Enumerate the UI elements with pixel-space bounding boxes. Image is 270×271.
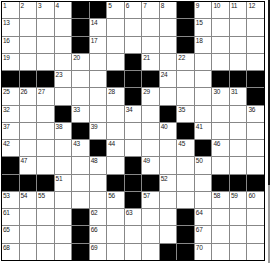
white-cell[interactable]: [195, 71, 212, 87]
white-cell[interactable]: [247, 54, 264, 70]
clue-number: 15: [196, 19, 203, 26]
white-cell[interactable]: [230, 37, 247, 53]
white-cell[interactable]: [107, 226, 124, 242]
black-cell: [72, 209, 89, 225]
black-cell: [195, 140, 212, 156]
white-cell[interactable]: 45: [177, 140, 194, 156]
white-cell[interactable]: [37, 19, 54, 35]
white-cell[interactable]: 33: [72, 106, 89, 122]
white-cell[interactable]: 39: [90, 123, 107, 139]
white-cell[interactable]: [90, 88, 107, 104]
white-cell[interactable]: [142, 106, 159, 122]
white-cell[interactable]: [37, 209, 54, 225]
white-cell[interactable]: 70: [195, 244, 212, 260]
white-cell[interactable]: [230, 54, 247, 70]
clue-number: 42: [3, 140, 10, 147]
white-cell[interactable]: [230, 140, 247, 156]
white-cell[interactable]: [247, 123, 264, 139]
white-cell[interactable]: 31: [230, 88, 247, 104]
clue-number: 27: [38, 88, 45, 95]
black-cell: [90, 2, 107, 18]
white-cell[interactable]: [125, 226, 142, 242]
white-cell[interactable]: [212, 244, 229, 260]
clue-number: 62: [91, 209, 98, 216]
black-cell: [230, 71, 247, 87]
white-cell[interactable]: [212, 37, 229, 53]
scrollbar-track[interactable]: [268, 0, 270, 263]
crossword-grid: 1234567891011121314151617181920212223242…: [1, 1, 265, 261]
white-cell[interactable]: 15: [195, 19, 212, 35]
clue-number: 52: [161, 175, 168, 182]
white-cell[interactable]: [125, 123, 142, 139]
white-cell[interactable]: 7: [142, 2, 159, 18]
black-cell: [212, 175, 229, 191]
black-cell: [72, 123, 89, 139]
white-cell[interactable]: [72, 71, 89, 87]
clue-number: 61: [3, 209, 10, 216]
black-cell: [247, 88, 264, 104]
clue-number: 23: [56, 71, 63, 78]
white-cell[interactable]: [55, 54, 72, 70]
white-cell[interactable]: [20, 123, 37, 139]
white-cell[interactable]: 23: [55, 71, 72, 87]
white-cell[interactable]: [90, 106, 107, 122]
white-cell[interactable]: 49: [142, 157, 159, 173]
white-cell[interactable]: 63: [125, 209, 142, 225]
clue-number: 64: [196, 209, 203, 216]
white-cell[interactable]: 55: [37, 192, 54, 208]
white-cell[interactable]: 25: [2, 88, 19, 104]
white-cell[interactable]: 68: [2, 244, 19, 260]
white-cell[interactable]: [37, 106, 54, 122]
white-cell[interactable]: 2: [20, 2, 37, 18]
white-cell[interactable]: 13: [2, 19, 19, 35]
black-cell: [125, 157, 142, 173]
white-cell[interactable]: [20, 244, 37, 260]
clue-number: 55: [38, 192, 45, 199]
white-cell[interactable]: [55, 37, 72, 53]
white-cell[interactable]: [55, 157, 72, 173]
black-cell: [20, 71, 37, 87]
black-cell: [177, 2, 194, 18]
white-cell[interactable]: [212, 123, 229, 139]
black-cell: [142, 71, 159, 87]
white-cell[interactable]: [142, 140, 159, 156]
white-cell[interactable]: [160, 19, 177, 35]
white-cell[interactable]: 58: [212, 192, 229, 208]
white-cell[interactable]: [55, 209, 72, 225]
clue-number: 13: [3, 19, 10, 26]
white-cell[interactable]: [72, 157, 89, 173]
white-cell[interactable]: 65: [2, 226, 19, 242]
white-cell[interactable]: [107, 54, 124, 70]
white-cell[interactable]: [247, 209, 264, 225]
white-cell[interactable]: 24: [160, 71, 177, 87]
white-cell[interactable]: 29: [142, 88, 159, 104]
white-cell[interactable]: [142, 37, 159, 53]
white-cell[interactable]: 59: [230, 192, 247, 208]
black-cell: [72, 2, 89, 18]
white-cell[interactable]: 10: [212, 2, 229, 18]
white-cell[interactable]: [177, 192, 194, 208]
black-cell: [2, 175, 19, 191]
white-cell[interactable]: 28: [107, 88, 124, 104]
white-cell[interactable]: 47: [20, 157, 37, 173]
white-cell[interactable]: [247, 140, 264, 156]
white-cell[interactable]: [247, 226, 264, 242]
clue-number: 17: [91, 37, 98, 44]
black-cell: [160, 106, 177, 122]
white-cell[interactable]: [195, 88, 212, 104]
white-cell[interactable]: 42: [2, 140, 19, 156]
white-cell[interactable]: [160, 140, 177, 156]
clue-number: 14: [91, 19, 98, 26]
clue-number: 40: [161, 123, 168, 130]
clue-number: 67: [196, 226, 203, 233]
white-cell[interactable]: 20: [72, 54, 89, 70]
white-cell[interactable]: [125, 140, 142, 156]
white-cell[interactable]: [125, 37, 142, 53]
crossword-page: 1234567891011121314151617181920212223242…: [0, 0, 270, 271]
black-cell: [2, 157, 19, 173]
white-cell[interactable]: [90, 54, 107, 70]
white-cell[interactable]: [55, 140, 72, 156]
clue-number: 28: [108, 88, 115, 95]
white-cell[interactable]: 8: [160, 2, 177, 18]
white-cell[interactable]: 11: [230, 2, 247, 18]
white-cell[interactable]: [195, 54, 212, 70]
clue-number: 34: [126, 106, 133, 113]
white-cell[interactable]: [107, 123, 124, 139]
white-cell[interactable]: [107, 244, 124, 260]
clue-number: 49: [143, 157, 150, 164]
white-cell[interactable]: [195, 192, 212, 208]
black-cell: [2, 71, 19, 87]
white-cell[interactable]: [160, 37, 177, 53]
white-cell[interactable]: [20, 19, 37, 35]
white-cell[interactable]: [20, 226, 37, 242]
white-cell[interactable]: [212, 209, 229, 225]
clue-number: 31: [231, 88, 238, 95]
clue-number: 16: [3, 37, 10, 44]
white-cell[interactable]: 67: [195, 226, 212, 242]
white-cell[interactable]: [230, 226, 247, 242]
white-cell[interactable]: [37, 157, 54, 173]
clue-number: 69: [91, 244, 98, 251]
clue-number: 59: [231, 192, 238, 199]
white-cell[interactable]: [55, 226, 72, 242]
clue-number: 8: [161, 2, 164, 9]
clue-number: 22: [178, 54, 185, 61]
black-cell: [20, 175, 37, 191]
black-cell: [107, 71, 124, 87]
black-cell: [72, 226, 89, 242]
white-cell[interactable]: 62: [90, 209, 107, 225]
white-cell[interactable]: [195, 106, 212, 122]
white-cell[interactable]: [20, 54, 37, 70]
white-cell[interactable]: 34: [125, 106, 142, 122]
white-cell[interactable]: 61: [2, 209, 19, 225]
white-cell[interactable]: [142, 209, 159, 225]
white-cell[interactable]: [142, 244, 159, 260]
clue-number: 35: [178, 106, 185, 113]
white-cell[interactable]: 50: [195, 157, 212, 173]
black-cell: [247, 175, 264, 191]
clue-number: 68: [3, 244, 10, 251]
white-cell[interactable]: [107, 106, 124, 122]
white-cell[interactable]: [37, 37, 54, 53]
white-cell[interactable]: [107, 209, 124, 225]
black-cell: [72, 37, 89, 53]
white-cell[interactable]: [90, 192, 107, 208]
white-cell[interactable]: [90, 71, 107, 87]
white-cell[interactable]: 51: [55, 175, 72, 191]
white-cell[interactable]: 41: [195, 123, 212, 139]
white-cell[interactable]: [177, 175, 194, 191]
black-cell: [177, 244, 194, 260]
white-cell[interactable]: [195, 175, 212, 191]
clue-number: 47: [21, 157, 28, 164]
white-cell[interactable]: 6: [125, 2, 142, 18]
clue-number: 6: [126, 2, 129, 9]
clue-number: 37: [3, 123, 10, 130]
white-cell[interactable]: [212, 19, 229, 35]
clue-number: 38: [56, 123, 63, 130]
white-cell[interactable]: [177, 71, 194, 87]
white-cell[interactable]: [142, 19, 159, 35]
clue-number: 21: [143, 54, 150, 61]
clue-number: 44: [108, 140, 115, 147]
black-cell: [37, 71, 54, 87]
white-cell[interactable]: [20, 106, 37, 122]
white-cell[interactable]: [230, 106, 247, 122]
white-cell[interactable]: [37, 244, 54, 260]
white-cell[interactable]: [20, 37, 37, 53]
white-cell[interactable]: 56: [107, 192, 124, 208]
white-cell[interactable]: 53: [2, 192, 19, 208]
white-cell[interactable]: [212, 54, 229, 70]
white-cell[interactable]: [160, 54, 177, 70]
white-cell[interactable]: [230, 244, 247, 260]
clue-number: 56: [108, 192, 115, 199]
clue-number: 50: [196, 157, 203, 164]
clue-number: 41: [196, 123, 203, 130]
white-cell[interactable]: 38: [55, 123, 72, 139]
clue-number: 58: [213, 192, 220, 199]
white-cell[interactable]: 52: [160, 175, 177, 191]
white-cell[interactable]: [230, 157, 247, 173]
white-cell[interactable]: [20, 140, 37, 156]
clue-number: 70: [196, 244, 203, 251]
black-cell: [160, 244, 177, 260]
white-cell[interactable]: [107, 19, 124, 35]
white-cell[interactable]: 5: [107, 2, 124, 18]
white-cell[interactable]: [212, 106, 229, 122]
white-cell[interactable]: [247, 244, 264, 260]
clue-number: 19: [3, 54, 10, 61]
clue-number: 30: [213, 88, 220, 95]
black-cell: [55, 106, 72, 122]
clue-number: 4: [56, 2, 59, 9]
white-cell[interactable]: [125, 244, 142, 260]
clue-number: 60: [248, 192, 255, 199]
white-cell[interactable]: [37, 123, 54, 139]
white-cell[interactable]: [177, 157, 194, 173]
white-cell[interactable]: 37: [2, 123, 19, 139]
white-cell[interactable]: 44: [107, 140, 124, 156]
white-cell[interactable]: [212, 157, 229, 173]
black-cell: [90, 140, 107, 156]
white-cell[interactable]: 9: [195, 2, 212, 18]
clue-number: 26: [21, 88, 28, 95]
white-cell[interactable]: 19: [2, 54, 19, 70]
clue-number: 66: [91, 226, 98, 233]
clue-number: 53: [3, 192, 10, 199]
white-cell[interactable]: 43: [72, 140, 89, 156]
clue-number: 33: [73, 106, 80, 113]
black-cell: [142, 175, 159, 191]
black-cell: [177, 37, 194, 53]
white-cell[interactable]: 16: [2, 37, 19, 53]
black-cell: [125, 71, 142, 87]
clue-number: 32: [3, 106, 10, 113]
clue-number: 10: [213, 2, 220, 9]
white-cell[interactable]: 14: [90, 19, 107, 35]
white-cell[interactable]: [247, 19, 264, 35]
white-cell[interactable]: [55, 244, 72, 260]
clue-number: 25: [3, 88, 10, 95]
clue-number: 3: [38, 2, 41, 9]
black-cell: [125, 192, 142, 208]
white-cell[interactable]: 26: [20, 88, 37, 104]
white-cell[interactable]: [230, 123, 247, 139]
white-cell[interactable]: [107, 157, 124, 173]
white-cell[interactable]: 57: [142, 192, 159, 208]
white-cell[interactable]: 35: [177, 106, 194, 122]
white-cell[interactable]: [37, 140, 54, 156]
white-cell[interactable]: 3: [37, 2, 54, 18]
clue-number: 24: [161, 71, 168, 78]
white-cell[interactable]: 32: [2, 106, 19, 122]
white-cell[interactable]: [72, 175, 89, 191]
white-cell[interactable]: [160, 209, 177, 225]
black-cell: [212, 71, 229, 87]
white-cell[interactable]: [212, 226, 229, 242]
white-cell[interactable]: [142, 226, 159, 242]
clue-number: 29: [143, 88, 150, 95]
white-cell[interactable]: 60: [247, 192, 264, 208]
black-cell: [37, 175, 54, 191]
clue-number: 5: [108, 2, 111, 9]
clue-number: 57: [143, 192, 150, 199]
white-cell[interactable]: [20, 209, 37, 225]
clue-number: 46: [213, 140, 220, 147]
white-cell[interactable]: [72, 88, 89, 104]
scrollbar-thumb[interactable]: [268, 0, 270, 185]
white-cell[interactable]: 27: [37, 88, 54, 104]
clue-number: 12: [248, 2, 255, 9]
white-cell[interactable]: 36: [247, 106, 264, 122]
white-cell[interactable]: 30: [212, 88, 229, 104]
clue-number: 65: [3, 226, 10, 233]
white-cell[interactable]: [72, 192, 89, 208]
white-cell[interactable]: [55, 192, 72, 208]
white-cell[interactable]: 4: [55, 2, 72, 18]
black-cell: [177, 19, 194, 35]
white-cell[interactable]: 17: [90, 37, 107, 53]
white-cell[interactable]: 69: [90, 244, 107, 260]
white-cell[interactable]: [55, 88, 72, 104]
black-cell: [177, 123, 194, 139]
white-cell[interactable]: 21: [142, 54, 159, 70]
white-cell[interactable]: [160, 226, 177, 242]
clue-number: 11: [231, 2, 237, 9]
clue-number: 51: [56, 175, 63, 182]
white-cell[interactable]: 18: [195, 37, 212, 53]
clue-number: 9: [196, 2, 199, 9]
clue-number: 48: [91, 157, 98, 164]
black-cell: [72, 19, 89, 35]
black-cell: [247, 71, 264, 87]
clue-number: 7: [143, 2, 146, 9]
clue-number: 54: [21, 192, 28, 199]
white-cell[interactable]: 46: [212, 140, 229, 156]
white-cell[interactable]: 48: [90, 157, 107, 173]
black-cell: [125, 175, 142, 191]
clue-number: 18: [196, 37, 203, 44]
clue-number: 43: [73, 140, 80, 147]
clue-number: 39: [91, 123, 98, 130]
white-cell[interactable]: [230, 19, 247, 35]
white-cell[interactable]: [247, 37, 264, 53]
white-cell[interactable]: [37, 226, 54, 242]
white-cell[interactable]: [107, 37, 124, 53]
black-cell: [177, 226, 194, 242]
white-cell[interactable]: [160, 192, 177, 208]
black-cell: [230, 175, 247, 191]
black-cell: [125, 88, 142, 104]
white-cell[interactable]: [37, 54, 54, 70]
white-cell[interactable]: 40: [160, 123, 177, 139]
black-cell: [125, 54, 142, 70]
white-cell[interactable]: 64: [195, 209, 212, 225]
clue-number: 63: [126, 209, 133, 216]
white-cell[interactable]: [160, 157, 177, 173]
black-cell: [107, 175, 124, 191]
black-cell: [177, 209, 194, 225]
white-cell[interactable]: [55, 19, 72, 35]
white-cell[interactable]: [90, 175, 107, 191]
white-cell[interactable]: 66: [90, 226, 107, 242]
clue-number: 45: [178, 140, 185, 147]
white-cell[interactable]: [230, 209, 247, 225]
white-cell[interactable]: 22: [177, 54, 194, 70]
black-cell: [72, 244, 89, 260]
clue-number: 36: [248, 106, 255, 113]
white-cell[interactable]: 54: [20, 192, 37, 208]
white-cell[interactable]: [142, 123, 159, 139]
white-cell[interactable]: [247, 157, 264, 173]
clue-number: 20: [73, 54, 80, 61]
clue-number: 1: [3, 2, 6, 9]
white-cell[interactable]: [160, 88, 177, 104]
white-cell[interactable]: 1: [2, 2, 19, 18]
clue-number: 2: [21, 2, 24, 9]
white-cell[interactable]: [125, 19, 142, 35]
white-cell[interactable]: 12: [247, 2, 264, 18]
white-cell[interactable]: [177, 88, 194, 104]
